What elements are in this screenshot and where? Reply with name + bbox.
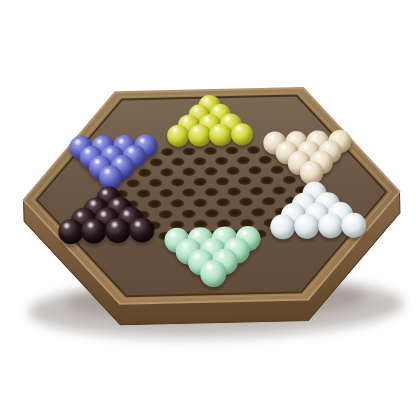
marble-yellow-r3-c0[interactable] (167, 124, 190, 147)
marbles-layer (0, 0, 416, 416)
chinese-checkers-board (0, 0, 416, 416)
marble-white-r12-c12[interactable] (341, 213, 367, 239)
photo-stage (0, 0, 416, 416)
marble-black-r12-c3[interactable] (129, 217, 155, 243)
marble-yellow-r3-c1[interactable] (188, 123, 211, 146)
marble-black-r12-c1[interactable] (81, 218, 107, 244)
marble-white-r12-c10[interactable] (294, 214, 320, 240)
marble-black-r12-c0[interactable] (58, 219, 84, 245)
marble-white-r12-c11[interactable] (318, 213, 344, 239)
marble-black-r12-c2[interactable] (105, 218, 131, 244)
marble-yellow-r3-c3[interactable] (231, 122, 254, 145)
marble-white-r12-c9[interactable] (270, 214, 296, 240)
marble-yellow-r3-c2[interactable] (209, 123, 232, 146)
marble-green-r16-c0[interactable] (200, 260, 227, 287)
